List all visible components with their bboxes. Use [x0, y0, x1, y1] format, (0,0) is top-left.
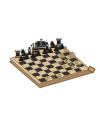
chess-set-product-photo: ♜♞♝♛♚♝♞♜♟♟♟♟♟♟♟♟♗♔♙♙♘♕♖♙♗♙♙♙♙♘♖ — [0, 0, 100, 133]
